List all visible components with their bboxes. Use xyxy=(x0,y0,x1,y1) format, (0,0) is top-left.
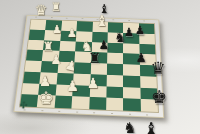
coordinate-tick xyxy=(81,18,83,19)
table-cloth-background: ✣ ···· ♛♜♝♟♝♟♟♟♞♜♞♟♟♟♜♛♟♟♟♟♚♚♞♝ xyxy=(0,0,200,134)
square-g3[interactable] xyxy=(123,75,140,87)
square-a4[interactable] xyxy=(25,60,43,72)
coordinate-tick xyxy=(129,114,131,115)
coordinate-tick xyxy=(66,18,68,19)
piece-black-pawn-g5[interactable]: ♟ xyxy=(135,51,146,64)
square-f5[interactable] xyxy=(107,53,123,64)
square-d1[interactable] xyxy=(72,96,90,109)
piece-white-queen-a8[interactable]: ♛ xyxy=(35,3,48,17)
coordinate-tick xyxy=(41,110,43,111)
piece-black-pawn-h7[interactable]: ♟ xyxy=(135,25,145,36)
captured-piece-black-knight[interactable]: ♞ xyxy=(123,121,136,134)
coordinate-tick xyxy=(112,19,114,20)
piece-white-pawn-c2[interactable]: ♟ xyxy=(66,78,79,93)
piece-white-pawn-b4[interactable]: ♟ xyxy=(50,53,61,66)
square-e1[interactable] xyxy=(89,97,107,110)
square-a5[interactable] xyxy=(26,50,43,61)
square-a8[interactable] xyxy=(30,20,47,30)
square-f3[interactable] xyxy=(107,75,124,87)
square-g2[interactable] xyxy=(123,87,140,99)
square-g4[interactable] xyxy=(123,64,140,76)
square-g1[interactable] xyxy=(123,98,140,111)
square-c1[interactable] xyxy=(54,96,72,109)
piece-white-rook-b8[interactable]: ♜ xyxy=(51,2,61,14)
coordinate-tick xyxy=(146,114,148,115)
coordinate-tick xyxy=(128,20,130,21)
square-c6[interactable] xyxy=(59,41,76,52)
square-a2[interactable] xyxy=(22,83,40,95)
piece-white-king-b1[interactable]: ♚ xyxy=(38,89,54,107)
piece-white-pawn-d2[interactable]: ♟ xyxy=(87,76,100,90)
coordinate-tick xyxy=(93,112,95,113)
piece-white-pawn-b2[interactable]: ♟ xyxy=(39,74,51,88)
square-f1[interactable] xyxy=(106,98,123,111)
coordinate-tick xyxy=(111,113,113,114)
captured-piece-black-bishop[interactable]: ♝ xyxy=(144,121,158,134)
piece-black-queen-h4[interactable]: ♛ xyxy=(150,60,165,77)
coordinate-tick xyxy=(24,109,26,110)
piece-white-pawn-b7[interactable]: ♟ xyxy=(52,24,62,35)
piece-white-pawn-c6[interactable]: ♟ xyxy=(67,28,77,39)
piece-white-bishop-e7[interactable]: ♝ xyxy=(95,14,108,29)
piece-black-king-h2[interactable]: ♚ xyxy=(151,88,167,106)
piece-black-knight-f6[interactable]: ♞ xyxy=(114,31,126,44)
coordinate-tick xyxy=(58,111,60,112)
piece-black-rook-e4[interactable]: ♜ xyxy=(88,51,101,65)
square-d8[interactable] xyxy=(77,21,93,31)
square-f2[interactable] xyxy=(106,86,123,98)
square-f4[interactable] xyxy=(107,64,124,76)
coordinate-tick xyxy=(51,17,53,18)
coordinate-tick xyxy=(143,21,145,22)
piece-white-pawn-c3[interactable]: ♟ xyxy=(63,57,77,72)
coordinate-tick xyxy=(76,112,78,113)
